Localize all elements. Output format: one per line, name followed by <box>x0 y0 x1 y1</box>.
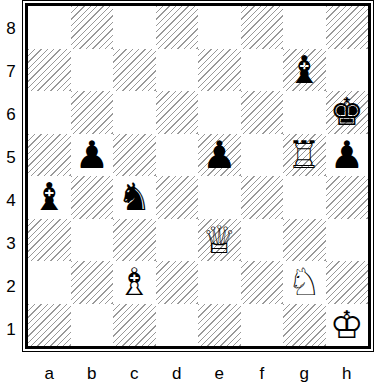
square-d1[interactable] <box>156 304 199 347</box>
square-h1[interactable]: ♔ <box>326 304 369 347</box>
square-g2[interactable]: ♘ <box>283 261 326 304</box>
white-knight-g2: ♘ <box>287 261 321 304</box>
square-f7[interactable] <box>241 49 284 92</box>
square-e7[interactable] <box>198 49 241 92</box>
square-d3[interactable] <box>156 219 199 262</box>
chess-diagram: 87654321 ♝♚♟♟♖♟♝♞♕♗♘♔ abcdefgh <box>0 0 382 387</box>
file-label-a: a <box>28 364 71 384</box>
square-b1[interactable] <box>71 304 114 347</box>
square-d7[interactable] <box>156 49 199 92</box>
square-c2[interactable]: ♗ <box>113 261 156 304</box>
square-a3[interactable] <box>28 219 71 262</box>
square-b3[interactable] <box>71 219 114 262</box>
black-king-h6: ♚ <box>330 91 364 134</box>
square-e5[interactable]: ♟ <box>198 134 241 177</box>
square-f4[interactable] <box>241 176 284 219</box>
file-label-e: e <box>198 364 241 384</box>
square-e2[interactable] <box>198 261 241 304</box>
square-h4[interactable] <box>326 176 369 219</box>
square-c7[interactable] <box>113 49 156 92</box>
square-b4[interactable] <box>71 176 114 219</box>
square-g4[interactable] <box>283 176 326 219</box>
square-b6[interactable] <box>71 91 114 134</box>
square-e1[interactable] <box>198 304 241 347</box>
square-d6[interactable] <box>156 91 199 134</box>
rank-label-2: 2 <box>0 265 22 308</box>
square-a4[interactable]: ♝ <box>28 176 71 219</box>
square-c3[interactable] <box>113 219 156 262</box>
square-b8[interactable] <box>71 6 114 49</box>
rank-label-1: 1 <box>0 308 22 351</box>
black-knight-c4: ♞ <box>117 176 151 219</box>
square-a6[interactable] <box>28 91 71 134</box>
file-label-c: c <box>113 364 156 384</box>
white-king-h1: ♔ <box>330 304 364 347</box>
black-pawn-e5: ♟ <box>202 134 236 177</box>
black-bishop-a4: ♝ <box>32 176 66 219</box>
white-queen-e3: ♕ <box>202 219 236 262</box>
square-a7[interactable] <box>28 49 71 92</box>
square-b7[interactable] <box>71 49 114 92</box>
square-b5[interactable]: ♟ <box>71 134 114 177</box>
white-rook-g5: ♖ <box>287 134 321 177</box>
file-label-d: d <box>156 364 199 384</box>
square-c4[interactable]: ♞ <box>113 176 156 219</box>
square-h5[interactable]: ♟ <box>326 134 369 177</box>
file-labels: abcdefgh <box>22 360 382 387</box>
square-h6[interactable]: ♚ <box>326 91 369 134</box>
square-a2[interactable] <box>28 261 71 304</box>
chess-board: ♝♚♟♟♖♟♝♞♕♗♘♔ <box>25 3 371 349</box>
square-c1[interactable] <box>113 304 156 347</box>
square-g7[interactable]: ♝ <box>283 49 326 92</box>
rank-label-5: 5 <box>0 136 22 179</box>
square-a5[interactable] <box>28 134 71 177</box>
square-d2[interactable] <box>156 261 199 304</box>
square-f3[interactable] <box>241 219 284 262</box>
square-g8[interactable] <box>283 6 326 49</box>
file-label-g: g <box>283 364 326 384</box>
square-h3[interactable] <box>326 219 369 262</box>
square-e4[interactable] <box>198 176 241 219</box>
square-f2[interactable] <box>241 261 284 304</box>
rank-label-7: 7 <box>0 50 22 93</box>
square-a1[interactable] <box>28 304 71 347</box>
square-h2[interactable] <box>326 261 369 304</box>
square-e3[interactable]: ♕ <box>198 219 241 262</box>
square-b2[interactable] <box>71 261 114 304</box>
file-label-f: f <box>241 364 284 384</box>
square-c6[interactable] <box>113 91 156 134</box>
black-pawn-b5: ♟ <box>75 134 109 177</box>
white-bishop-c2: ♗ <box>117 261 151 304</box>
square-h8[interactable] <box>326 6 369 49</box>
square-c8[interactable] <box>113 6 156 49</box>
rank-label-4: 4 <box>0 179 22 222</box>
square-h7[interactable] <box>326 49 369 92</box>
square-a8[interactable] <box>28 6 71 49</box>
file-label-h: h <box>326 364 369 384</box>
square-d8[interactable] <box>156 6 199 49</box>
square-f1[interactable] <box>241 304 284 347</box>
square-d5[interactable] <box>156 134 199 177</box>
square-d4[interactable] <box>156 176 199 219</box>
square-g6[interactable] <box>283 91 326 134</box>
square-g1[interactable] <box>283 304 326 347</box>
rank-label-3: 3 <box>0 222 22 265</box>
file-label-b: b <box>71 364 114 384</box>
square-c5[interactable] <box>113 134 156 177</box>
square-f6[interactable] <box>241 91 284 134</box>
square-g3[interactable] <box>283 219 326 262</box>
square-f5[interactable] <box>241 134 284 177</box>
square-e8[interactable] <box>198 6 241 49</box>
rank-label-8: 8 <box>0 7 22 50</box>
rank-label-6: 6 <box>0 93 22 136</box>
board-frame: ♝♚♟♟♖♟♝♞♕♗♘♔ <box>22 0 374 352</box>
black-bishop-g7: ♝ <box>287 49 321 92</box>
black-pawn-h5: ♟ <box>330 134 364 177</box>
square-f8[interactable] <box>241 6 284 49</box>
rank-labels: 87654321 <box>0 0 22 360</box>
square-e6[interactable] <box>198 91 241 134</box>
square-g5[interactable]: ♖ <box>283 134 326 177</box>
